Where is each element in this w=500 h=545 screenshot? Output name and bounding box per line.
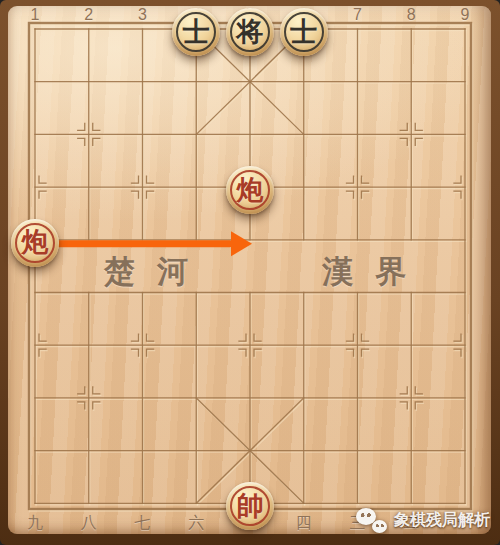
piece-character: 炮	[22, 229, 49, 256]
file-label-bottom-9: 九	[27, 513, 43, 534]
red-cannon-rear-piece[interactable]: 炮	[11, 219, 59, 267]
wechat-icon	[356, 508, 387, 533]
file-label-top-2: 2	[84, 6, 93, 24]
black-general-piece[interactable]: 将	[226, 8, 274, 56]
watermark-text: 象棋残局解析	[394, 510, 490, 531]
piece-character: 士	[183, 19, 210, 46]
red-cannon-front-piece[interactable]: 炮	[226, 166, 274, 214]
piece-character: 士	[290, 19, 317, 46]
black-advisor-right-piece[interactable]: 士	[280, 8, 328, 56]
piece-character: 将	[237, 19, 264, 46]
file-label-bottom-6: 六	[188, 513, 204, 534]
file-label-top-1: 1	[31, 6, 40, 24]
river-text-chu-he: 楚河	[82, 251, 210, 293]
file-label-bottom-7: 七	[135, 513, 151, 534]
black-advisor-left-piece[interactable]: 士	[172, 8, 220, 56]
piece-character: 帥	[237, 493, 264, 520]
file-label-top-3: 3	[138, 6, 147, 24]
red-general-piece[interactable]: 帥	[226, 482, 274, 530]
file-label-top-8: 8	[407, 6, 416, 24]
piece-character: 炮	[237, 177, 264, 204]
file-label-bottom-8: 八	[81, 513, 97, 534]
file-label-top-9: 9	[461, 6, 470, 24]
file-label-bottom-4: 四	[296, 513, 312, 534]
xiangqi-app: 1 2 3 4 5 6 7 8 9 九 八 七 六 五 四 三 二 一 楚河 漢…	[0, 0, 500, 545]
watermark: 象棋残局解析	[356, 508, 490, 533]
file-label-top-7: 7	[353, 6, 362, 24]
river-text-han-jie: 漢界	[300, 251, 428, 293]
